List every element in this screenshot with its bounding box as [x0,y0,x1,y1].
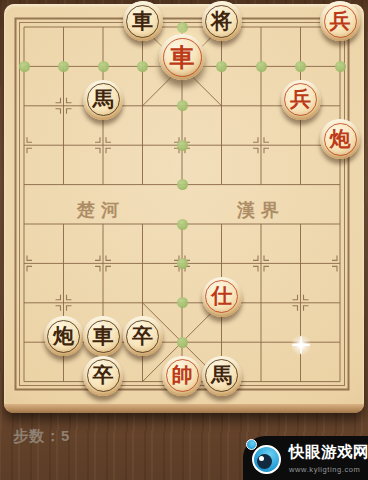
piece-red-general[interactable]: 帥 [162,356,202,396]
piece-black-horse[interactable]: 馬 [83,80,123,120]
step-counter-label: 步数： [13,427,61,444]
piece-black-chariot[interactable]: 車 [123,1,163,41]
piece-glyph: 車 [93,326,114,347]
move-hint-dot[interactable] [177,22,188,33]
watermark-site-name: 快眼游戏网 [289,442,368,463]
piece-red-cannon[interactable]: 炮 [320,119,360,159]
game-screen: 楚河 漢界 車将兵車馬兵炮仕炮車卒卒帥馬 步数：5 快眼游戏网 www.kyli… [0,0,368,480]
piece-glyph: 卒 [132,326,153,347]
sparkle-icon [289,333,313,357]
mascot-eye-icon [243,436,287,480]
move-hint-dot[interactable] [137,61,148,72]
piece-glyph: 馬 [211,365,232,386]
piece-glyph: 車 [170,45,195,70]
mascot-eye-bubble [246,439,257,450]
piece-glyph: 炮 [330,129,351,150]
piece-red-advisor[interactable]: 仕 [202,277,242,317]
move-hint-dot[interactable] [177,140,188,151]
move-hint-dot[interactable] [177,258,188,269]
piece-black-horse[interactable]: 馬 [202,356,242,396]
move-hint-dot[interactable] [177,179,188,190]
piece-red-soldier[interactable]: 兵 [281,80,321,120]
piece-glyph: 帥 [172,365,193,386]
piece-black-soldier[interactable]: 卒 [123,316,163,356]
move-hint-dot[interactable] [216,61,227,72]
river-label-left: 楚河 [77,198,125,222]
watermark-site-url: www.kyligting.com [289,465,368,474]
move-hint-dot[interactable] [58,61,69,72]
move-hint-dot[interactable] [256,61,267,72]
move-hint-dot[interactable] [335,61,346,72]
piece-black-general[interactable]: 将 [202,1,242,41]
piece-glyph: 仕 [211,286,232,307]
move-hint-dot[interactable] [177,219,188,230]
move-hint-dot[interactable] [295,61,306,72]
move-hint-dot[interactable] [177,100,188,111]
piece-black-chariot[interactable]: 車 [83,316,123,356]
piece-glyph: 炮 [53,326,74,347]
piece-black-soldier[interactable]: 卒 [83,356,123,396]
piece-glyph: 車 [132,11,153,32]
piece-black-cannon[interactable]: 炮 [44,316,84,356]
move-hint-dot[interactable] [98,61,109,72]
step-counter-value: 5 [61,427,70,444]
watermark-badge: 快眼游戏网 www.kyligting.com [243,436,368,480]
piece-glyph: 兵 [290,89,311,110]
piece-glyph: 兵 [330,11,351,32]
mascot-eye-pupil [257,454,272,469]
piece-red-soldier[interactable]: 兵 [320,1,360,41]
move-hint-dot[interactable] [177,337,188,348]
river-label-right: 漢界 [237,198,285,222]
step-counter: 步数：5 [13,427,70,446]
move-hint-dot[interactable] [177,297,188,308]
move-hint-dot[interactable] [19,61,30,72]
piece-glyph: 将 [211,11,232,32]
piece-glyph: 卒 [93,365,114,386]
piece-glyph: 馬 [93,89,114,110]
